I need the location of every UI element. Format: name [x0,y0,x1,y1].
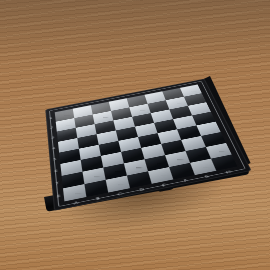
piece-glyph: ♟ [90,103,116,119]
square-g2[interactable] [166,97,188,110]
piece-glyph: ♞ [160,76,186,96]
square-g4[interactable] [173,115,196,129]
scene: ABCDEFGH 12345678 ♜♞♝♛♚♝♞♜♟♟♟♟♟♟♟♟♟♟♟♟♟♟… [0,0,270,270]
piece-glyph: ♟ [164,89,190,105]
square-b3[interactable] [76,124,97,138]
rank-label-2: 2 [46,122,56,134]
square-h2[interactable] [184,93,206,106]
board-tilt-wrapper: ABCDEFGH 12345678 ♜♞♝♛♚♝♞♜♟♟♟♟♟♟♟♟♟♟♟♟♟♟… [0,0,270,270]
piece-glyph: ♝ [142,77,168,99]
square-f3[interactable] [151,109,173,122]
square-e3[interactable] [132,113,154,127]
square-h1[interactable] [180,85,202,97]
square-a3[interactable] [57,128,77,142]
piece-glyph: ♟ [182,85,208,101]
piece-glyph: ♟ [145,92,171,108]
square-c1[interactable] [91,102,111,115]
square-b2[interactable] [74,115,94,128]
square-d1[interactable] [109,98,130,111]
rank-label-3: 3 [47,132,58,144]
piece-glyph: ♟ [71,107,98,123]
piece-glyph: ♞ [70,93,96,113]
piece-glyph: ♟ [127,96,153,112]
square-d3[interactable] [113,117,135,131]
square-f2[interactable] [148,100,170,113]
piece-glyph: ♜ [178,74,204,92]
piece-glyph: ♟ [108,100,134,116]
piece-glyph: ♛ [106,82,132,106]
chess-board: ABCDEFGH 12345678 ♜♞♝♛♚♝♞♜♟♟♟♟♟♟♟♟♟♟♟♟♟♟… [45,79,251,211]
square-a2[interactable] [56,118,76,131]
piece-glyph: ♜ [51,99,77,118]
square-h4[interactable] [192,112,216,126]
piece-glyph: ♝ [88,88,114,110]
square-f4[interactable] [154,119,177,133]
square-b1[interactable] [73,105,93,118]
square-f1[interactable] [145,91,166,103]
square-e1[interactable] [127,95,148,107]
piece-glyph: ♟ [52,111,79,127]
square-d2[interactable] [111,107,132,120]
piece-glyph: ♜ [59,173,90,195]
square-g1[interactable] [162,88,184,100]
square-a1[interactable] [55,109,75,122]
pieces-layer: ♜♞♝♛♚♝♞♜♟♟♟♟♟♟♟♟♟♟♟♟♟♟♟♟♜♞♝♛♚♝♞♜ [55,85,238,202]
square-c3[interactable] [95,120,116,134]
square-e2[interactable] [129,104,150,117]
square-g3[interactable] [169,106,192,119]
piece-glyph: ♚ [124,77,150,103]
rank-label-1: 1 [46,112,56,123]
square-h3[interactable] [188,102,211,115]
square-c2[interactable] [93,111,114,124]
